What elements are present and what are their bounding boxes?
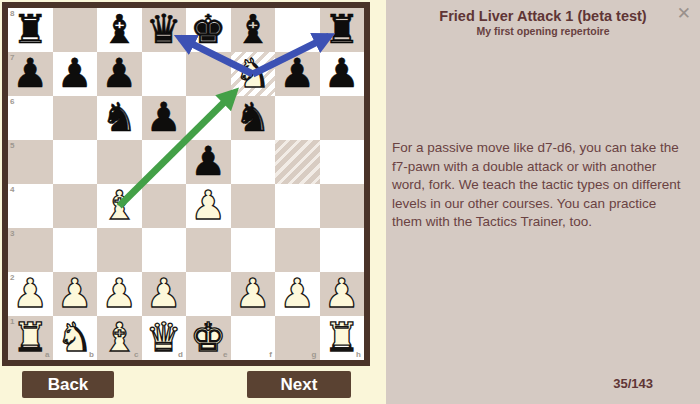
lesson-title: Fried Liver Attack 1 (beta test) xyxy=(386,8,700,24)
rank-label-3: 3 xyxy=(10,229,14,238)
square-e3[interactable] xyxy=(186,228,231,272)
lesson-text: For a passive move like d7-d6, you can t… xyxy=(392,139,688,232)
piece-black-knight[interactable]: ♞ xyxy=(235,97,271,137)
piece-black-rook[interactable]: ♜ xyxy=(12,9,48,49)
square-f8[interactable]: ♝ xyxy=(231,8,276,52)
square-e4[interactable]: ♟ xyxy=(186,184,231,228)
square-b1[interactable]: b♞ xyxy=(53,316,98,360)
piece-black-pawn[interactable]: ♟ xyxy=(190,141,226,181)
square-c8[interactable]: ♝ xyxy=(97,8,142,52)
piece-black-king[interactable]: ♚ xyxy=(190,9,226,49)
back-button[interactable]: Back xyxy=(22,371,114,398)
square-g8[interactable] xyxy=(275,8,320,52)
square-h6[interactable] xyxy=(320,96,365,140)
piece-white-queen[interactable]: ♛ xyxy=(146,317,182,357)
square-e5[interactable]: ♟ xyxy=(186,140,231,184)
piece-black-pawn[interactable]: ♟ xyxy=(279,53,315,93)
piece-white-knight[interactable]: ♞ xyxy=(57,317,93,357)
repertoire-subtitle: My first opening repertoire xyxy=(386,25,700,37)
square-c1[interactable]: c♝ xyxy=(97,316,142,360)
piece-black-pawn[interactable]: ♟ xyxy=(101,53,137,93)
square-e7[interactable] xyxy=(186,52,231,96)
square-e1[interactable]: e♚ xyxy=(186,316,231,360)
square-f4[interactable] xyxy=(231,184,276,228)
square-c6[interactable]: ♞ xyxy=(97,96,142,140)
square-b2[interactable]: ♟ xyxy=(53,272,98,316)
square-g3[interactable] xyxy=(275,228,320,272)
square-a1[interactable]: 1a♜ xyxy=(8,316,53,360)
square-g2[interactable]: ♟ xyxy=(275,272,320,316)
piece-white-bishop[interactable]: ♝ xyxy=(101,317,137,357)
piece-white-king[interactable]: ♚ xyxy=(190,317,226,357)
square-f2[interactable]: ♟ xyxy=(231,272,276,316)
square-g5[interactable] xyxy=(275,140,320,184)
square-h3[interactable] xyxy=(320,228,365,272)
piece-black-pawn[interactable]: ♟ xyxy=(146,97,182,137)
piece-white-pawn[interactable]: ♟ xyxy=(235,273,271,313)
next-button[interactable]: Next xyxy=(247,371,351,398)
piece-white-pawn[interactable]: ♟ xyxy=(12,273,48,313)
piece-white-rook[interactable]: ♜ xyxy=(12,317,48,357)
rank-label-5: 5 xyxy=(10,141,14,150)
piece-white-knight[interactable]: ♞ xyxy=(235,53,271,93)
board-squares: 8♜♝♛♚♝♜7♟♟♟♞♟♟6♞♟♞5♟4♝♟32♟♟♟♟♟♟♟1a♜b♞c♝d… xyxy=(8,8,364,360)
square-a6[interactable]: 6 xyxy=(8,96,53,140)
square-f6[interactable]: ♞ xyxy=(231,96,276,140)
piece-black-queen[interactable]: ♛ xyxy=(146,9,182,49)
square-c4[interactable]: ♝ xyxy=(97,184,142,228)
square-d5[interactable] xyxy=(142,140,187,184)
square-b3[interactable] xyxy=(53,228,98,272)
square-f3[interactable] xyxy=(231,228,276,272)
close-icon[interactable]: ✕ xyxy=(677,3,691,23)
square-b8[interactable] xyxy=(53,8,98,52)
square-e6[interactable] xyxy=(186,96,231,140)
square-h7[interactable]: ♟ xyxy=(320,52,365,96)
square-a5[interactable]: 5 xyxy=(8,140,53,184)
piece-white-pawn[interactable]: ♟ xyxy=(190,185,226,225)
square-d2[interactable]: ♟ xyxy=(142,272,187,316)
piece-black-bishop[interactable]: ♝ xyxy=(101,9,137,49)
square-f5[interactable] xyxy=(231,140,276,184)
square-a4[interactable]: 4 xyxy=(8,184,53,228)
square-g6[interactable] xyxy=(275,96,320,140)
square-a7[interactable]: 7♟ xyxy=(8,52,53,96)
piece-white-pawn[interactable]: ♟ xyxy=(101,273,137,313)
square-f1[interactable]: f xyxy=(231,316,276,360)
square-c7[interactable]: ♟ xyxy=(97,52,142,96)
square-d1[interactable]: d♛ xyxy=(142,316,187,360)
square-g1[interactable]: g xyxy=(275,316,320,360)
rank-label-6: 6 xyxy=(10,97,14,106)
square-c2[interactable]: ♟ xyxy=(97,272,142,316)
square-c3[interactable] xyxy=(97,228,142,272)
square-h8[interactable]: ♜ xyxy=(320,8,365,52)
square-d7[interactable] xyxy=(142,52,187,96)
square-f7[interactable]: ♞ xyxy=(231,52,276,96)
square-b7[interactable]: ♟ xyxy=(53,52,98,96)
piece-white-pawn[interactable]: ♟ xyxy=(57,273,93,313)
piece-white-bishop[interactable]: ♝ xyxy=(101,185,137,225)
piece-black-bishop[interactable]: ♝ xyxy=(235,9,271,49)
square-d6[interactable]: ♟ xyxy=(142,96,187,140)
square-d8[interactable]: ♛ xyxy=(142,8,187,52)
square-a8[interactable]: 8♜ xyxy=(8,8,53,52)
chess-board[interactable]: 8♜♝♛♚♝♜7♟♟♟♞♟♟6♞♟♞5♟4♝♟32♟♟♟♟♟♟♟1a♜b♞c♝d… xyxy=(2,2,370,366)
piece-black-pawn[interactable]: ♟ xyxy=(12,53,48,93)
piece-white-pawn[interactable]: ♟ xyxy=(279,273,315,313)
piece-white-pawn[interactable]: ♟ xyxy=(324,273,360,313)
square-g7[interactable]: ♟ xyxy=(275,52,320,96)
file-label-g: g xyxy=(312,350,317,359)
square-d4[interactable] xyxy=(142,184,187,228)
square-b6[interactable] xyxy=(53,96,98,140)
piece-white-rook[interactable]: ♜ xyxy=(324,317,360,357)
square-h5[interactable] xyxy=(320,140,365,184)
piece-black-pawn[interactable]: ♟ xyxy=(324,53,360,93)
lesson-panel: Fried Liver Attack 1 (beta test) My firs… xyxy=(386,0,700,404)
piece-black-pawn[interactable]: ♟ xyxy=(57,53,93,93)
square-h1[interactable]: h♜ xyxy=(320,316,365,360)
piece-black-knight[interactable]: ♞ xyxy=(101,97,137,137)
square-a2[interactable]: 2♟ xyxy=(8,272,53,316)
square-a3[interactable]: 3 xyxy=(8,228,53,272)
piece-white-pawn[interactable]: ♟ xyxy=(146,273,182,313)
file-label-f: f xyxy=(269,350,272,359)
progress-counter: 35/143 xyxy=(613,376,653,391)
rank-label-4: 4 xyxy=(10,185,14,194)
square-c5[interactable] xyxy=(97,140,142,184)
piece-black-rook[interactable]: ♜ xyxy=(324,9,360,49)
square-b4[interactable] xyxy=(53,184,98,228)
square-b5[interactable] xyxy=(53,140,98,184)
square-e8[interactable]: ♚ xyxy=(186,8,231,52)
square-e2[interactable] xyxy=(186,272,231,316)
square-h4[interactable] xyxy=(320,184,365,228)
square-g4[interactable] xyxy=(275,184,320,228)
square-h2[interactable]: ♟ xyxy=(320,272,365,316)
square-d3[interactable] xyxy=(142,228,187,272)
